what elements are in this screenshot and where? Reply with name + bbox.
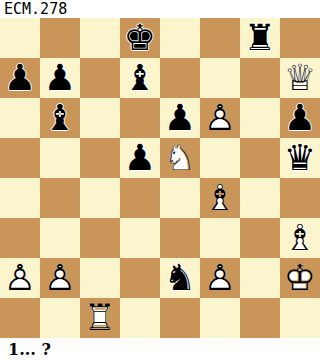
square-e2[interactable]: ♞ [160,258,200,298]
square-d6[interactable] [120,98,160,138]
square-a4[interactable] [0,178,40,218]
square-c5[interactable] [80,138,120,178]
footer-bar: 1... ? [0,338,320,360]
square-a8[interactable] [0,18,40,58]
piece-bb-d7: ♝ [120,58,160,98]
square-f6[interactable]: ♟♙ [200,98,240,138]
chess-board: ♚♜♟♟♝♛♕♝♟♟♙♟♟♞♘♛♝♗♝♗♟♙♟♙♞♟♙♚♔♜♖ [0,18,320,338]
square-d4[interactable] [120,178,160,218]
square-e3[interactable] [160,218,200,258]
square-c3[interactable] [80,218,120,258]
square-h2[interactable]: ♚♔ [280,258,320,298]
square-f2[interactable]: ♟♙ [200,258,240,298]
piece-wk-h2: ♔ [280,258,320,298]
piece-wp-a2: ♙ [0,258,40,298]
square-c2[interactable] [80,258,120,298]
square-a6[interactable] [0,98,40,138]
square-b6[interactable]: ♝ [40,98,80,138]
piece-bp-a7: ♟ [0,58,40,98]
piece-br-g8: ♜ [240,18,280,58]
piece-bp-h6: ♟ [280,98,320,138]
square-c6[interactable] [80,98,120,138]
square-b1[interactable] [40,298,80,338]
square-f8[interactable] [200,18,240,58]
square-b2[interactable]: ♟♙ [40,258,80,298]
piece-bb-b6: ♝ [40,98,80,138]
square-e6[interactable]: ♟ [160,98,200,138]
square-b7[interactable]: ♟ [40,58,80,98]
piece-wr-c1: ♖ [80,298,120,338]
square-g5[interactable] [240,138,280,178]
piece-wp-fill-b2: ♟ [40,258,80,298]
square-f7[interactable] [200,58,240,98]
piece-wb-fill-h3: ♝ [280,218,320,258]
square-d8[interactable]: ♚ [120,18,160,58]
square-a1[interactable] [0,298,40,338]
square-g6[interactable] [240,98,280,138]
square-d3[interactable] [120,218,160,258]
piece-bn-e2: ♞ [160,258,200,298]
piece-wp-b2: ♙ [40,258,80,298]
square-g4[interactable] [240,178,280,218]
piece-bq-h5: ♛ [280,138,320,178]
square-b4[interactable] [40,178,80,218]
piece-wq-fill-h7: ♛ [280,58,320,98]
square-d5[interactable]: ♟ [120,138,160,178]
piece-bp-b7: ♟ [40,58,80,98]
piece-bp-d5: ♟ [120,138,160,178]
square-h1[interactable] [280,298,320,338]
piece-wp-f2: ♙ [200,258,240,298]
square-g3[interactable] [240,218,280,258]
piece-wk-fill-h2: ♚ [280,258,320,298]
square-f1[interactable] [200,298,240,338]
piece-wb-h3: ♗ [280,218,320,258]
piece-wn-fill-e5: ♞ [160,138,200,178]
square-e7[interactable] [160,58,200,98]
square-d2[interactable] [120,258,160,298]
square-f5[interactable] [200,138,240,178]
piece-wp-fill-f2: ♟ [200,258,240,298]
square-b8[interactable] [40,18,80,58]
square-f4[interactable]: ♝♗ [200,178,240,218]
square-g8[interactable]: ♜ [240,18,280,58]
square-a5[interactable] [0,138,40,178]
square-c1[interactable]: ♜♖ [80,298,120,338]
square-d7[interactable]: ♝ [120,58,160,98]
square-a7[interactable]: ♟ [0,58,40,98]
piece-wb-fill-f4: ♝ [200,178,240,218]
square-b5[interactable] [40,138,80,178]
piece-bp-e6: ♟ [160,98,200,138]
piece-wp-fill-f6: ♟ [200,98,240,138]
piece-wn-e5: ♘ [160,138,200,178]
piece-wp-fill-a2: ♟ [0,258,40,298]
move-prompt: 1... ? [8,340,51,359]
title-bar: ECM.278 [0,0,320,18]
square-h8[interactable] [280,18,320,58]
square-h5[interactable]: ♛ [280,138,320,178]
square-g1[interactable] [240,298,280,338]
square-h3[interactable]: ♝♗ [280,218,320,258]
square-c8[interactable] [80,18,120,58]
square-g2[interactable] [240,258,280,298]
square-e1[interactable] [160,298,200,338]
square-e4[interactable] [160,178,200,218]
square-c7[interactable] [80,58,120,98]
diagram-title: ECM.278 [4,0,67,18]
square-e8[interactable] [160,18,200,58]
square-e5[interactable]: ♞♘ [160,138,200,178]
square-h6[interactable]: ♟ [280,98,320,138]
piece-wp-f6: ♙ [200,98,240,138]
square-a2[interactable]: ♟♙ [0,258,40,298]
square-f3[interactable] [200,218,240,258]
square-h4[interactable] [280,178,320,218]
piece-wr-fill-c1: ♜ [80,298,120,338]
square-a3[interactable] [0,218,40,258]
square-c4[interactable] [80,178,120,218]
square-b3[interactable] [40,218,80,258]
square-g7[interactable] [240,58,280,98]
chess-diagram-window: ECM.278 ♚♜♟♟♝♛♕♝♟♟♙♟♟♞♘♛♝♗♝♗♟♙♟♙♞♟♙♚♔♜♖ … [0,0,320,360]
square-d1[interactable] [120,298,160,338]
piece-bk-d8: ♚ [120,18,160,58]
square-h7[interactable]: ♛♕ [280,58,320,98]
piece-wq-h7: ♕ [280,58,320,98]
piece-wb-f4: ♗ [200,178,240,218]
